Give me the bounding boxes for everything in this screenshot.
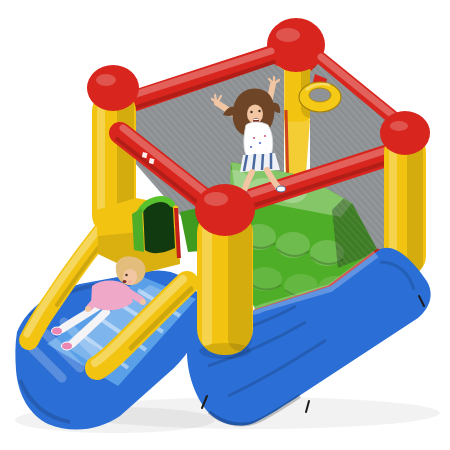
girl-skirt: [240, 153, 280, 172]
product-photo: [0, 0, 450, 450]
arch-rim-side: [132, 208, 144, 252]
toddler-eye: [125, 274, 127, 276]
post-cap: [195, 184, 255, 236]
girl-shoe-right: [277, 186, 286, 192]
post-highlight: [202, 216, 212, 346]
hoop-hole: [309, 88, 331, 102]
toddler-shoe-right: [62, 342, 73, 350]
bounce-house-illustration: [0, 0, 450, 450]
corner-post-front: [195, 184, 255, 359]
post-highlight: [97, 98, 105, 226]
cap-highlight: [390, 121, 408, 131]
toddler-cheek: [128, 280, 132, 284]
post-cap: [87, 65, 139, 111]
girl-eye-left: [250, 111, 252, 113]
post-highlight: [389, 140, 397, 266]
cap-highlight: [204, 192, 228, 206]
girl-shirt: [244, 122, 273, 157]
arch-opening: [143, 200, 175, 253]
girl-eye-right: [258, 110, 260, 112]
post-cap: [380, 111, 430, 155]
post-shade: [407, 136, 423, 272]
post-foot-shade: [199, 343, 251, 359]
toddler-mouth: [123, 280, 127, 283]
toddler-left-hand: [85, 306, 91, 312]
cap-highlight: [276, 28, 300, 42]
toddler-shoe-left: [52, 327, 63, 335]
cap-highlight: [96, 74, 116, 86]
toddler-right-hand: [140, 299, 146, 305]
